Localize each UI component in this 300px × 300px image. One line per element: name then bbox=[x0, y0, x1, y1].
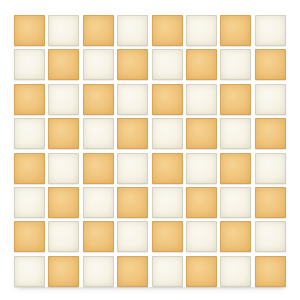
board-square-f8[interactable] bbox=[186, 15, 217, 46]
board-square-h7[interactable] bbox=[255, 49, 286, 80]
board-square-f3[interactable] bbox=[186, 187, 217, 218]
board-square-d6[interactable] bbox=[117, 84, 148, 115]
board-square-b8[interactable] bbox=[48, 15, 79, 46]
board-square-b3[interactable] bbox=[48, 187, 79, 218]
board-square-c4[interactable] bbox=[83, 153, 114, 184]
board-square-b2[interactable] bbox=[48, 221, 79, 252]
board-square-c8[interactable] bbox=[83, 15, 114, 46]
board-square-g6[interactable] bbox=[220, 84, 251, 115]
board-square-e5[interactable] bbox=[152, 118, 183, 149]
board-square-f2[interactable] bbox=[186, 221, 217, 252]
page bbox=[0, 0, 300, 300]
board-square-b5[interactable] bbox=[48, 118, 79, 149]
board-square-a7[interactable] bbox=[14, 49, 45, 80]
board-square-e4[interactable] bbox=[152, 153, 183, 184]
board-square-f4[interactable] bbox=[186, 153, 217, 184]
board-square-f6[interactable] bbox=[186, 84, 217, 115]
board-square-d7[interactable] bbox=[117, 49, 148, 80]
board-square-e6[interactable] bbox=[152, 84, 183, 115]
board-square-d8[interactable] bbox=[117, 15, 148, 46]
board-square-g5[interactable] bbox=[220, 118, 251, 149]
board-square-h1[interactable] bbox=[255, 256, 286, 287]
board-square-c3[interactable] bbox=[83, 187, 114, 218]
board-square-e1[interactable] bbox=[152, 256, 183, 287]
board-square-e2[interactable] bbox=[152, 221, 183, 252]
board-square-h3[interactable] bbox=[255, 187, 286, 218]
board-square-b1[interactable] bbox=[48, 256, 79, 287]
board-square-b7[interactable] bbox=[48, 49, 79, 80]
board-square-d2[interactable] bbox=[117, 221, 148, 252]
board-square-e7[interactable] bbox=[152, 49, 183, 80]
board-square-h5[interactable] bbox=[255, 118, 286, 149]
board-square-h6[interactable] bbox=[255, 84, 286, 115]
board-square-d3[interactable] bbox=[117, 187, 148, 218]
board-square-a6[interactable] bbox=[14, 84, 45, 115]
board-square-a1[interactable] bbox=[14, 256, 45, 287]
board-square-d1[interactable] bbox=[117, 256, 148, 287]
board-square-c1[interactable] bbox=[83, 256, 114, 287]
board-square-h8[interactable] bbox=[255, 15, 286, 46]
board-square-a8[interactable] bbox=[14, 15, 45, 46]
board-square-c2[interactable] bbox=[83, 221, 114, 252]
board-square-b6[interactable] bbox=[48, 84, 79, 115]
board-square-b4[interactable] bbox=[48, 153, 79, 184]
board-square-e3[interactable] bbox=[152, 187, 183, 218]
board-square-h2[interactable] bbox=[255, 221, 286, 252]
board-square-f7[interactable] bbox=[186, 49, 217, 80]
board-square-g3[interactable] bbox=[220, 187, 251, 218]
board-square-g1[interactable] bbox=[220, 256, 251, 287]
board-square-f5[interactable] bbox=[186, 118, 217, 149]
checkerboard bbox=[14, 15, 286, 287]
board-square-h4[interactable] bbox=[255, 153, 286, 184]
board-square-g4[interactable] bbox=[220, 153, 251, 184]
board-square-a3[interactable] bbox=[14, 187, 45, 218]
board-square-d4[interactable] bbox=[117, 153, 148, 184]
board-square-c5[interactable] bbox=[83, 118, 114, 149]
board-square-c7[interactable] bbox=[83, 49, 114, 80]
board-square-f1[interactable] bbox=[186, 256, 217, 287]
board-square-g2[interactable] bbox=[220, 221, 251, 252]
board-square-g7[interactable] bbox=[220, 49, 251, 80]
board-square-c6[interactable] bbox=[83, 84, 114, 115]
board-square-d5[interactable] bbox=[117, 118, 148, 149]
board-square-a4[interactable] bbox=[14, 153, 45, 184]
board-square-a5[interactable] bbox=[14, 118, 45, 149]
board-square-e8[interactable] bbox=[152, 15, 183, 46]
board-square-a2[interactable] bbox=[14, 221, 45, 252]
board-square-g8[interactable] bbox=[220, 15, 251, 46]
